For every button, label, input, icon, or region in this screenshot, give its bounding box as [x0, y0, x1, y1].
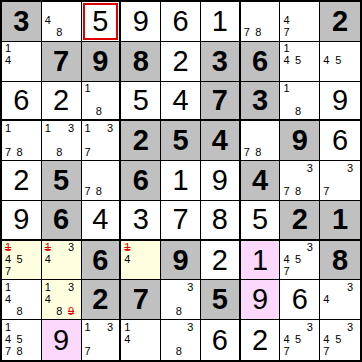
candidate-7: 7 — [5, 266, 11, 277]
cell-r3c2[interactable]: 2 — [42, 82, 82, 122]
candidate-5: 5 — [335, 55, 341, 66]
candidate-4: 4 — [124, 254, 130, 265]
pencil-marks: 3457 — [323, 321, 359, 358]
cell-r4c6[interactable]: 4 — [201, 121, 241, 161]
solved-digit: 8 — [201, 201, 239, 239]
cell-r8c5[interactable]: 38 — [161, 280, 201, 320]
given-digit: 9 — [280, 121, 319, 160]
candidate-7: 7 — [283, 346, 289, 357]
candidate-4: 4 — [5, 334, 11, 345]
solved-digit: 2 — [161, 42, 200, 81]
pencil-marks: 137 — [85, 321, 119, 358]
pencil-marks: 18 — [85, 83, 119, 118]
candidate-3: 3 — [68, 282, 74, 293]
cell-r2c9[interactable]: 45 — [320, 42, 360, 82]
candidate-4: 4 — [323, 294, 329, 305]
cell-r6c8[interactable]: 2 — [280, 201, 320, 241]
candidate-struck-9: 9 — [68, 306, 74, 317]
candidate-5: 5 — [17, 254, 23, 265]
candidate-3: 3 — [307, 242, 313, 253]
cell-r7c2[interactable]: 134 — [42, 241, 82, 281]
cell-r8c6[interactable]: 5 — [201, 280, 241, 320]
candidate-struck-1: 1 — [124, 242, 130, 253]
cell-r2c6[interactable]: 3 — [201, 42, 241, 82]
solved-digit: 4 — [161, 82, 200, 120]
pencil-marks: 13489 — [45, 281, 80, 317]
solved-digit: 1 — [201, 2, 239, 41]
candidate-3: 3 — [347, 322, 353, 333]
candidate-4: 4 — [283, 254, 289, 265]
cell-r8c9[interactable]: 34 — [320, 280, 360, 320]
candidate-4: 4 — [323, 334, 329, 345]
pencil-marks: 18 — [283, 83, 318, 118]
given-digit: 2 — [82, 280, 120, 319]
candidate-8: 8 — [56, 147, 62, 158]
cell-r4c2[interactable]: 138 — [42, 121, 82, 161]
given-digit: 6 — [42, 201, 81, 239]
cell-r7c1[interactable]: 1457 — [2, 241, 42, 281]
cell-r3c5[interactable]: 4 — [161, 82, 201, 122]
cell-r8c2[interactable]: 13489 — [42, 280, 82, 320]
cell-r8c4[interactable]: 7 — [121, 280, 161, 320]
given-digit: 4 — [201, 121, 239, 160]
pencil-marks: 78 — [244, 122, 279, 158]
candidate-7: 7 — [283, 186, 289, 197]
candidate-3: 3 — [107, 322, 113, 333]
candidate-1: 1 — [283, 43, 289, 54]
given-digit: 4 — [241, 161, 280, 200]
solved-digit: 6 — [2, 82, 41, 120]
candidate-3: 3 — [187, 282, 193, 293]
given-digit: 6 — [241, 42, 280, 81]
cell-r6c5[interactable]: 7 — [161, 201, 201, 241]
cell-r3c7[interactable]: 3 — [241, 82, 281, 122]
cell-r7c6[interactable]: 2 — [201, 241, 241, 281]
candidate-3: 3 — [307, 322, 313, 333]
cell-r1c5[interactable]: 6 — [161, 2, 201, 42]
given-digit: 6 — [82, 241, 120, 280]
candidate-7: 7 — [85, 346, 91, 357]
cell-r5c5[interactable]: 1 — [161, 161, 201, 201]
cell-r3c1[interactable]: 6 — [2, 82, 42, 122]
cell-r1c9[interactable]: 2 — [320, 2, 360, 42]
given-digit: 2 — [280, 201, 319, 239]
cell-r1c3[interactable]: 5 — [82, 2, 122, 42]
given-digit: 1 — [320, 201, 360, 239]
candidate-8: 8 — [17, 147, 23, 158]
cell-r9c4[interactable]: 14 — [121, 320, 161, 360]
cell-r1c1[interactable]: 3 — [2, 2, 42, 42]
solved-digit: 5 — [121, 82, 160, 120]
sudoku-board: 3485961784721479823614545621854731891781… — [0, 0, 362, 362]
candidate-5: 5 — [295, 55, 301, 66]
pencil-marks: 14 — [124, 321, 159, 358]
cell-r7c3[interactable]: 6 — [82, 241, 122, 281]
cell-r9c1[interactable]: 14578 — [2, 320, 42, 360]
solved-digit: 9 — [42, 320, 81, 360]
candidate-8: 8 — [255, 147, 261, 158]
solved-digit: 7 — [161, 201, 200, 239]
cell-r6c9[interactable]: 1 — [320, 201, 360, 241]
cell-r5c1[interactable]: 2 — [2, 161, 42, 201]
solved-digit: 9 — [201, 161, 239, 200]
pencil-marks: 1457 — [5, 242, 40, 278]
cell-r1c2[interactable]: 48 — [42, 2, 82, 42]
pencil-marks: 14578 — [5, 321, 40, 358]
cell-r4c3[interactable]: 137 — [82, 121, 122, 161]
cell-r2c3[interactable]: 9 — [82, 42, 122, 82]
cell-r4c5[interactable]: 5 — [161, 121, 201, 161]
solved-digit: 1 — [161, 161, 200, 200]
given-digit: 2 — [121, 121, 160, 160]
cell-r6c6[interactable]: 8 — [201, 201, 241, 241]
solved-digit: 6 — [201, 320, 239, 360]
given-digit: 5 — [201, 280, 239, 319]
cell-r3c4[interactable]: 5 — [121, 82, 161, 122]
given-digit: 5 — [42, 161, 81, 200]
cell-r7c5[interactable]: 9 — [161, 241, 201, 281]
given-digit: 7 — [42, 42, 81, 81]
cell-r4c8[interactable]: 9 — [280, 121, 320, 161]
cell-r6c3[interactable]: 4 — [82, 201, 122, 241]
cell-r2c4[interactable]: 8 — [121, 42, 161, 82]
candidate-7: 7 — [85, 186, 91, 197]
candidate-7: 7 — [283, 27, 289, 38]
candidate-8: 8 — [96, 186, 102, 197]
cell-r9c2[interactable]: 9 — [42, 320, 82, 360]
candidate-4: 4 — [283, 15, 289, 26]
cell-r3c6[interactable]: 7 — [201, 82, 241, 122]
given-digit: 9 — [161, 241, 200, 280]
pencil-marks: 78 — [85, 162, 119, 198]
cell-r6c1[interactable]: 9 — [2, 201, 42, 241]
given-digit: 3 — [241, 82, 280, 120]
given-digit: 5 — [161, 121, 200, 160]
candidate-1: 1 — [283, 83, 289, 94]
pencil-marks: 34 — [323, 281, 359, 317]
candidate-3: 3 — [307, 163, 313, 174]
cell-r9c3[interactable]: 137 — [82, 320, 122, 360]
given-digit: 8 — [121, 42, 160, 81]
candidate-4: 4 — [45, 15, 51, 26]
given-digit: 8 — [320, 241, 360, 280]
given-digit: 6 — [121, 161, 160, 200]
candidate-4: 4 — [45, 254, 51, 265]
pencil-marks: 14 — [5, 43, 40, 79]
pencil-marks: 178 — [5, 122, 40, 158]
solved-digit: 6 — [280, 280, 319, 319]
cell-r8c1[interactable]: 148 — [2, 280, 42, 320]
given-digit: 2 — [320, 2, 360, 41]
candidate-8: 8 — [176, 346, 182, 357]
cell-r9c6[interactable]: 6 — [201, 320, 241, 360]
candidate-4: 4 — [5, 55, 11, 66]
cell-r6c4[interactable]: 3 — [121, 201, 161, 241]
given-digit: 7 — [121, 280, 160, 319]
cell-r5c3[interactable]: 78 — [82, 161, 122, 201]
pencil-marks: 3457 — [283, 242, 318, 278]
cell-r9c9[interactable]: 3457 — [320, 320, 360, 360]
candidate-4: 4 — [45, 294, 51, 305]
pencil-marks: 37 — [323, 162, 359, 198]
candidate-4: 4 — [283, 334, 289, 345]
pencil-marks: 38 — [164, 321, 199, 358]
solved-digit: 9 — [241, 280, 280, 319]
cell-r9c8[interactable]: 3457 — [280, 320, 320, 360]
cell-r7c9[interactable]: 8 — [320, 241, 360, 281]
cell-r2c2[interactable]: 7 — [42, 42, 82, 82]
cell-r5c8[interactable]: 378 — [280, 161, 320, 201]
pencil-marks: 145 — [283, 43, 318, 79]
pencil-marks: 378 — [283, 162, 318, 198]
cell-r5c6[interactable]: 9 — [201, 161, 241, 201]
candidate-5: 5 — [17, 334, 23, 345]
solved-digit: 9 — [320, 82, 360, 120]
solved-digit: 1 — [241, 241, 280, 280]
candidate-7: 7 — [244, 147, 250, 158]
given-digit: 9 — [82, 42, 120, 81]
pencil-marks: 134 — [45, 242, 80, 278]
pencil-marks: 78 — [244, 3, 279, 39]
candidate-8: 8 — [255, 27, 261, 38]
cell-r6c2[interactable]: 6 — [42, 201, 82, 241]
pencil-marks: 148 — [5, 281, 40, 317]
candidate-3: 3 — [347, 282, 353, 293]
solved-digit: 6 — [161, 2, 200, 41]
cell-r7c8[interactable]: 3457 — [280, 241, 320, 281]
candidate-1: 1 — [5, 43, 11, 54]
cell-r5c4[interactable]: 6 — [121, 161, 161, 201]
cell-r8c8[interactable]: 6 — [280, 280, 320, 320]
candidate-1: 1 — [85, 123, 91, 134]
cell-r1c8[interactable]: 47 — [280, 2, 320, 42]
candidate-1: 1 — [124, 322, 130, 333]
cell-r7c7[interactable]: 1 — [241, 241, 281, 281]
candidate-1: 1 — [5, 322, 11, 333]
solved-digit: 3 — [121, 201, 160, 239]
candidate-4: 4 — [124, 334, 130, 345]
pencil-marks: 138 — [45, 122, 80, 158]
candidate-7: 7 — [323, 346, 329, 357]
cell-r1c4[interactable]: 9 — [121, 2, 161, 42]
cell-r4c4[interactable]: 2 — [121, 121, 161, 161]
candidate-1: 1 — [85, 322, 91, 333]
candidate-7: 7 — [5, 346, 11, 357]
solved-digit: 2 — [2, 161, 41, 200]
candidate-5: 5 — [335, 334, 341, 345]
candidate-8: 8 — [295, 186, 301, 197]
candidate-8: 8 — [56, 306, 62, 317]
candidate-struck-1: 1 — [45, 242, 51, 253]
cell-r2c1[interactable]: 14 — [2, 42, 42, 82]
pencil-marks: 137 — [85, 122, 119, 158]
candidate-7: 7 — [244, 27, 250, 38]
candidate-8: 8 — [56, 27, 62, 38]
cell-r4c7[interactable]: 78 — [241, 121, 281, 161]
cell-r3c3[interactable]: 18 — [82, 82, 122, 122]
candidate-1: 1 — [45, 282, 51, 293]
solved-digit: 5 — [241, 201, 280, 239]
candidate-8: 8 — [176, 306, 182, 317]
solved-digit: 9 — [2, 201, 41, 239]
cell-r5c9[interactable]: 37 — [320, 161, 360, 201]
candidate-3: 3 — [68, 123, 74, 134]
candidate-5: 5 — [295, 254, 301, 265]
candidate-4: 4 — [5, 254, 11, 265]
solved-digit: 2 — [42, 82, 81, 120]
pencil-marks: 48 — [45, 3, 80, 39]
cell-r8c7[interactable]: 9 — [241, 280, 281, 320]
candidate-1: 1 — [5, 123, 11, 134]
solved-digit: 9 — [121, 2, 160, 41]
given-digit: 7 — [201, 82, 239, 120]
pencil-marks: 47 — [283, 3, 318, 39]
pencil-marks: 14 — [124, 242, 159, 278]
cell-r3c9[interactable]: 9 — [320, 82, 360, 122]
cell-r4c9[interactable]: 6 — [320, 121, 360, 161]
solved-digit: 4 — [82, 201, 120, 239]
given-digit: 3 — [2, 2, 41, 41]
candidate-8: 8 — [17, 346, 23, 357]
cell-r9c7[interactable]: 2 — [241, 320, 281, 360]
solved-digit: 2 — [241, 320, 280, 360]
candidate-8: 8 — [295, 106, 301, 117]
pencil-marks: 45 — [323, 43, 359, 79]
solved-digit: 6 — [320, 121, 360, 160]
candidate-5: 5 — [295, 334, 301, 345]
cell-r2c5[interactable]: 2 — [161, 42, 201, 82]
cell-r7c4[interactable]: 14 — [121, 241, 161, 281]
pencil-marks: 38 — [164, 281, 199, 317]
cell-r8c3[interactable]: 2 — [82, 280, 122, 320]
candidate-struck-1: 1 — [5, 242, 11, 253]
candidate-1: 1 — [85, 83, 91, 94]
cell-r5c7[interactable]: 4 — [241, 161, 281, 201]
solved-digit: 2 — [201, 241, 239, 280]
candidate-4: 4 — [323, 55, 329, 66]
candidate-3: 3 — [68, 242, 74, 253]
cell-r1c7[interactable]: 78 — [241, 2, 281, 42]
candidate-8: 8 — [17, 306, 23, 317]
candidate-7: 7 — [5, 147, 11, 158]
candidate-3: 3 — [187, 322, 193, 333]
candidate-4: 4 — [283, 55, 289, 66]
cell-r3c8[interactable]: 18 — [280, 82, 320, 122]
candidate-3: 3 — [347, 163, 353, 174]
candidate-8: 8 — [96, 106, 102, 117]
cell-r6c7[interactable]: 5 — [241, 201, 281, 241]
candidate-3: 3 — [107, 123, 113, 134]
candidate-7: 7 — [283, 266, 289, 277]
cell-r1c6[interactable]: 1 — [201, 2, 241, 42]
given-digit: 3 — [201, 42, 239, 81]
candidate-1: 1 — [45, 123, 51, 134]
candidate-7: 7 — [323, 186, 329, 197]
cell-r9c5[interactable]: 38 — [161, 320, 201, 360]
pencil-marks: 3457 — [283, 321, 318, 358]
candidate-7: 7 — [85, 147, 91, 158]
cell-r2c7[interactable]: 6 — [241, 42, 281, 82]
cell-r4c1[interactable]: 178 — [2, 121, 42, 161]
cell-r2c8[interactable]: 145 — [280, 42, 320, 82]
candidate-1: 1 — [5, 282, 11, 293]
cell-r5c2[interactable]: 5 — [42, 161, 82, 201]
candidate-4: 4 — [5, 294, 11, 305]
solved-digit: 5 — [82, 2, 120, 41]
